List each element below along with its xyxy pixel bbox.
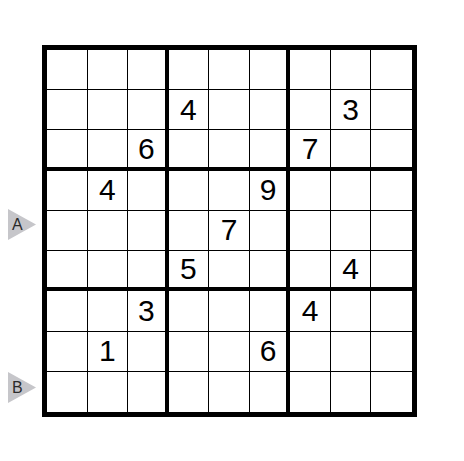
cell-r7c7: 4 [290,291,331,331]
cell-r8c7 [290,332,331,372]
cell-r8c4 [169,332,210,372]
cell-r2c9 [371,90,412,130]
cell-r7c5 [209,291,250,331]
cell-r3c9 [371,130,412,170]
cell-r4c2: 4 [88,171,129,211]
cell-r9c2 [88,372,129,412]
cell-r7c2 [88,291,129,331]
cell-r4c4 [169,171,210,211]
cell-r8c1 [47,332,88,372]
puzzle-canvas: A B 4367497543416 [0,0,464,461]
cell-r5c2 [88,211,129,251]
cell-r4c3 [128,171,169,211]
cell-r1c2 [88,50,129,90]
cell-r7c3: 3 [128,291,169,331]
cell-r3c7: 7 [290,130,331,170]
cell-r7c9 [371,291,412,331]
cell-r5c1 [47,211,88,251]
cell-r9c8 [331,372,372,412]
cell-r5c5: 7 [209,211,250,251]
cell-r4c8 [331,171,372,211]
cell-r2c1 [47,90,88,130]
cell-r8c5 [209,332,250,372]
cell-r6c9 [371,251,412,291]
cell-r6c8: 4 [331,251,372,291]
cell-r4c6: 9 [250,171,291,211]
cell-r6c3 [128,251,169,291]
cell-r3c8 [331,130,372,170]
cell-r1c7 [290,50,331,90]
cell-r3c3: 6 [128,130,169,170]
cell-r2c8: 3 [331,90,372,130]
cell-r9c3 [128,372,169,412]
cell-r6c7 [290,251,331,291]
cell-r9c1 [47,372,88,412]
cell-r1c1 [47,50,88,90]
cell-r9c7 [290,372,331,412]
cell-r2c4: 4 [169,90,210,130]
cell-r9c4 [169,372,210,412]
sudoku-board: 4367497543416 [42,45,417,417]
cell-r6c6 [250,251,291,291]
cell-r4c5 [209,171,250,211]
cell-r6c1 [47,251,88,291]
cell-r3c5 [209,130,250,170]
cell-r1c4 [169,50,210,90]
cell-r7c4 [169,291,210,331]
cell-r1c6 [250,50,291,90]
cell-r1c9 [371,50,412,90]
cell-r9c6 [250,372,291,412]
row-marker-b: B [8,372,36,403]
cell-r2c3 [128,90,169,130]
row-marker-a: A [8,209,36,240]
cell-r4c7 [290,171,331,211]
cell-r7c6 [250,291,291,331]
cell-r5c9 [371,211,412,251]
cell-r6c4: 5 [169,251,210,291]
cell-r6c2 [88,251,129,291]
cell-r1c8 [331,50,372,90]
cell-r5c7 [290,211,331,251]
cell-r8c6: 6 [250,332,291,372]
cell-r4c9 [371,171,412,211]
cell-r3c4 [169,130,210,170]
cell-r2c2 [88,90,129,130]
marker-a-label: A [12,217,23,233]
cell-r5c6 [250,211,291,251]
cell-r8c8 [331,332,372,372]
cell-r8c3 [128,332,169,372]
cell-r2c5 [209,90,250,130]
cell-r8c9 [371,332,412,372]
cell-r9c9 [371,372,412,412]
cell-r1c5 [209,50,250,90]
cell-r2c6 [250,90,291,130]
cell-r7c8 [331,291,372,331]
cell-r4c1 [47,171,88,211]
cell-r5c4 [169,211,210,251]
marker-b-label: B [12,380,23,396]
cell-r8c2: 1 [88,332,129,372]
cell-r2c7 [290,90,331,130]
cell-r5c3 [128,211,169,251]
cell-r3c1 [47,130,88,170]
cell-r3c6 [250,130,291,170]
cell-r6c5 [209,251,250,291]
cell-r3c2 [88,130,129,170]
cell-r9c5 [209,372,250,412]
cell-r1c3 [128,50,169,90]
cell-r5c8 [331,211,372,251]
cell-r7c1 [47,291,88,331]
